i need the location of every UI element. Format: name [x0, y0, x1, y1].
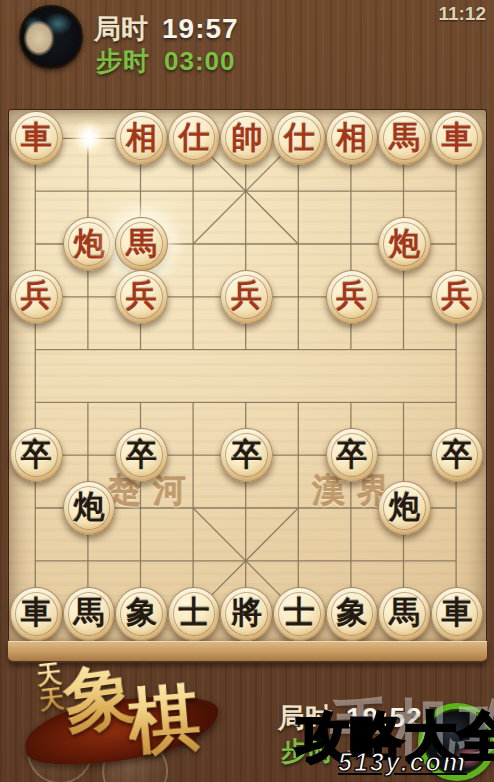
piece-glyph: 馬 — [126, 228, 157, 259]
piece-glyph: 象 — [126, 597, 157, 628]
app-logo: 天 天 象 棋 — [12, 656, 227, 782]
board-cell[interactable]: 仕 — [168, 112, 221, 165]
piece-red-elephant[interactable]: 相 — [115, 111, 168, 165]
bottom-player-avatar[interactable] — [418, 703, 494, 781]
piece-glyph: 馬 — [73, 597, 104, 628]
piece-glyph: 卒 — [442, 439, 473, 470]
board-cell[interactable]: 象 — [115, 587, 168, 640]
piece-glyph: 馬 — [389, 122, 420, 153]
board-cell[interactable]: 兵 — [326, 270, 379, 323]
piece-glyph: 馬 — [389, 597, 420, 628]
board-cell[interactable]: 相 — [115, 112, 168, 165]
top-game-time-label: 局时 — [94, 11, 148, 47]
piece-black-cannon[interactable]: 炮 — [63, 481, 116, 535]
bottom-move-time-label: 步时 — [281, 734, 335, 769]
piece-glyph: 車 — [442, 122, 473, 153]
piece-glyph: 兵 — [21, 280, 52, 311]
piece-red-cannon[interactable]: 炮 — [378, 217, 431, 271]
bottom-move-time: 步时 — [281, 734, 349, 769]
piece-glyph: 卒 — [21, 439, 52, 470]
piece-glyph: 炮 — [389, 228, 420, 259]
piece-glyph: 士 — [179, 597, 210, 628]
top-player-avatar[interactable] — [19, 5, 83, 69]
board-cell[interactable]: 卒 — [326, 429, 379, 482]
board-cell[interactable]: 相 — [326, 112, 379, 165]
piece-glyph: 卒 — [126, 439, 157, 470]
piece-glyph: 卒 — [336, 439, 367, 470]
board-cell[interactable]: 帥 — [220, 112, 273, 165]
piece-red-horse[interactable]: 馬 — [378, 111, 431, 165]
board-cell[interactable]: 卒 — [220, 429, 273, 482]
board-cell[interactable]: 馬 — [115, 218, 168, 271]
piece-glyph: 車 — [442, 597, 473, 628]
piece-black-soldier[interactable]: 卒 — [431, 428, 484, 482]
piece-glyph: 仕 — [179, 122, 210, 153]
app-screen: 11:12 局时 19:57 步时 03:00 楚河 漢界 車相仕帥仕相馬車炮馬… — [0, 0, 494, 782]
system-clock: 11:12 — [438, 3, 486, 25]
piece-black-general[interactable]: 將 — [220, 587, 273, 641]
board-cell[interactable]: 馬 — [378, 112, 431, 165]
board-cell[interactable]: 車 — [431, 587, 484, 640]
piece-glyph: 將 — [231, 597, 262, 628]
piece-black-horse[interactable]: 馬 — [63, 587, 116, 641]
board-cell[interactable]: 卒 — [115, 429, 168, 482]
piece-glyph: 兵 — [336, 280, 367, 311]
piece-glyph: 士 — [284, 597, 315, 628]
piece-black-soldier[interactable]: 卒 — [10, 428, 63, 482]
piece-red-soldier[interactable]: 兵 — [10, 270, 63, 324]
piece-black-soldier[interactable]: 卒 — [326, 428, 379, 482]
board-cell[interactable]: 兵 — [10, 270, 63, 323]
logo-char-qi: 棋 — [124, 669, 204, 771]
board-cell[interactable]: 車 — [10, 587, 63, 640]
top-move-time-label: 步时 — [96, 44, 150, 79]
piece-glyph: 兵 — [442, 280, 473, 311]
board-cell[interactable]: 馬 — [63, 587, 116, 640]
piece-red-soldier[interactable]: 兵 — [431, 270, 484, 324]
piece-red-soldier[interactable]: 兵 — [220, 270, 273, 324]
top-game-time-value: 19:57 — [162, 13, 239, 45]
piece-glyph: 兵 — [231, 280, 262, 311]
board-cell[interactable]: 象 — [326, 587, 379, 640]
piece-red-cannon[interactable]: 炮 — [63, 217, 116, 271]
piece-red-horse[interactable]: 馬 — [115, 217, 168, 271]
piece-black-advisor[interactable]: 士 — [168, 587, 221, 641]
piece-black-chariot[interactable]: 車 — [10, 587, 63, 641]
board-cell[interactable]: 車 — [10, 112, 63, 165]
piece-red-advisor[interactable]: 仕 — [168, 111, 221, 165]
board-cell[interactable]: 仕 — [273, 112, 326, 165]
piece-glyph: 象 — [336, 597, 367, 628]
board-cell[interactable]: 炮 — [378, 218, 431, 271]
piece-red-general[interactable]: 帥 — [220, 111, 273, 165]
piece-red-soldier[interactable]: 兵 — [115, 270, 168, 324]
top-move-time: 步时 03:00 — [96, 44, 236, 79]
piece-glyph: 相 — [126, 122, 157, 153]
piece-glyph: 炮 — [73, 491, 104, 522]
board-cell[interactable]: 炮 — [63, 482, 116, 535]
piece-red-elephant[interactable]: 相 — [326, 111, 379, 165]
board-cell[interactable]: 車 — [431, 112, 484, 165]
piece-black-cannon[interactable]: 炮 — [378, 481, 431, 535]
board-cell[interactable]: 炮 — [63, 218, 116, 271]
piece-glyph: 車 — [21, 597, 52, 628]
board-grid: 車相仕帥仕相馬車炮馬炮兵兵兵兵兵卒卒卒卒卒炮炮車馬象士將士象馬車 — [10, 112, 483, 640]
piece-glyph: 炮 — [73, 228, 104, 259]
piece-black-soldier[interactable]: 卒 — [220, 428, 273, 482]
piece-glyph: 卒 — [231, 439, 262, 470]
bottom-game-time: 局时 19:52 — [278, 700, 423, 736]
board-cell[interactable]: 士 — [273, 587, 326, 640]
board-cell[interactable]: 兵 — [220, 270, 273, 323]
board-cell[interactable]: 炮 — [378, 482, 431, 535]
board-cell[interactable]: 將 — [220, 587, 273, 640]
piece-glyph: 相 — [336, 122, 367, 153]
board-cell[interactable]: 兵 — [115, 270, 168, 323]
top-game-time: 局时 19:57 — [94, 11, 239, 47]
piece-glyph: 仕 — [284, 122, 315, 153]
piece-glyph: 炮 — [389, 491, 420, 522]
bottom-game-time-value: 19:52 — [346, 702, 423, 734]
piece-glyph: 帥 — [231, 122, 262, 153]
piece-black-chariot[interactable]: 車 — [431, 587, 484, 641]
bottom-game-time-label: 局时 — [278, 700, 332, 736]
piece-black-elephant[interactable]: 象 — [326, 587, 379, 641]
piece-red-chariot[interactable]: 車 — [10, 111, 63, 165]
piece-black-advisor[interactable]: 士 — [273, 587, 326, 641]
board-cell[interactable]: 士 — [168, 587, 221, 640]
piece-red-soldier[interactable]: 兵 — [326, 270, 379, 324]
piece-glyph: 兵 — [126, 280, 157, 311]
piece-black-elephant[interactable]: 象 — [115, 587, 168, 641]
board-cell[interactable]: 馬 — [378, 587, 431, 640]
piece-black-horse[interactable]: 馬 — [378, 587, 431, 641]
top-move-time-value: 03:00 — [164, 46, 236, 77]
board-cell[interactable]: 兵 — [431, 270, 484, 323]
piece-red-chariot[interactable]: 車 — [431, 111, 484, 165]
piece-red-advisor[interactable]: 仕 — [273, 111, 326, 165]
board-cell[interactable]: 卒 — [431, 429, 484, 482]
piece-glyph: 車 — [21, 122, 52, 153]
xiangqi-board: 楚河 漢界 車相仕帥仕相馬車炮馬炮兵兵兵兵兵卒卒卒卒卒炮炮車馬象士將士象馬車 — [8, 109, 487, 641]
piece-black-soldier[interactable]: 卒 — [115, 428, 168, 482]
board-cell[interactable]: 卒 — [10, 429, 63, 482]
